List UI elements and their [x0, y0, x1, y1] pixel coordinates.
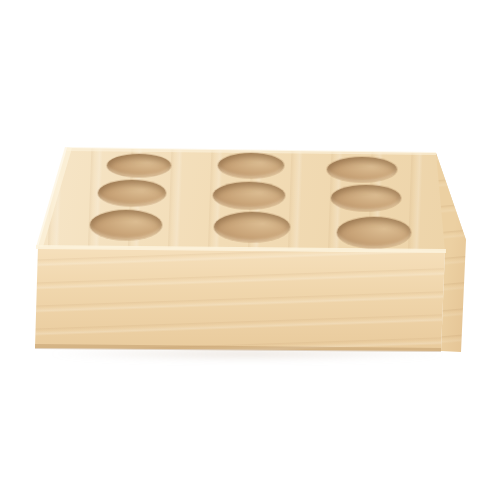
product-photo-stage: [0, 0, 500, 500]
wood-block: [0, 0, 500, 500]
